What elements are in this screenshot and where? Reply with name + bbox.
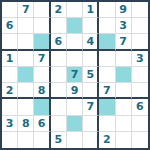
cell-r1c7[interactable]: [99, 2, 115, 18]
cell-r8c2[interactable]: 8: [18, 116, 34, 132]
cell-r9c9[interactable]: [132, 132, 148, 148]
cell-r5c1[interactable]: [2, 67, 18, 83]
cell-r6c8[interactable]: [116, 83, 132, 99]
cell-r7c8[interactable]: [116, 99, 132, 115]
cell-r4c8[interactable]: [116, 51, 132, 67]
cell-r9c6[interactable]: [83, 132, 99, 148]
cell-r1c4[interactable]: 2: [51, 2, 67, 18]
cell-r7c1[interactable]: [2, 99, 18, 115]
cell-r1c6[interactable]: 1: [83, 2, 99, 18]
cell-r5c9[interactable]: [132, 67, 148, 83]
cell-r1c9[interactable]: [132, 2, 148, 18]
cell-r6c5[interactable]: 9: [67, 83, 83, 99]
cell-r6c4[interactable]: [51, 83, 67, 99]
cell-r9c2[interactable]: [18, 132, 34, 148]
cell-r6c3[interactable]: 8: [34, 83, 50, 99]
cell-r2c1[interactable]: 6: [2, 18, 18, 34]
cell-r4c9[interactable]: 3: [132, 51, 148, 67]
cell-r8c3[interactable]: 6: [34, 116, 50, 132]
cell-r3c7[interactable]: [99, 34, 115, 50]
cell-r3c9[interactable]: [132, 34, 148, 50]
cell-r7c5[interactable]: [67, 99, 83, 115]
cell-r9c3[interactable]: [34, 132, 50, 148]
cell-r5c7[interactable]: [99, 67, 115, 83]
cell-r7c7[interactable]: [99, 99, 115, 115]
cell-r4c2[interactable]: [18, 51, 34, 67]
cell-r2c5[interactable]: [67, 18, 83, 34]
cell-r8c1[interactable]: 3: [2, 116, 18, 132]
cell-r5c6[interactable]: 5: [83, 67, 99, 83]
cell-r2c8[interactable]: 3: [116, 18, 132, 34]
cell-r7c9[interactable]: 6: [132, 99, 148, 115]
cell-r1c5[interactable]: [67, 2, 83, 18]
cell-r1c2[interactable]: 7: [18, 2, 34, 18]
cell-r5c2[interactable]: [18, 67, 34, 83]
cell-r2c9[interactable]: [132, 18, 148, 34]
cell-r2c3[interactable]: [34, 18, 50, 34]
cell-r1c1[interactable]: [2, 2, 18, 18]
cell-r7c3[interactable]: [34, 99, 50, 115]
sudoku-board: 7219636471737528977638652: [0, 0, 150, 150]
cell-r3c4[interactable]: 6: [51, 34, 67, 50]
cell-r6c2[interactable]: [18, 83, 34, 99]
cell-r3c6[interactable]: 4: [83, 34, 99, 50]
cell-r2c7[interactable]: [99, 18, 115, 34]
cell-r4c5[interactable]: [67, 51, 83, 67]
cell-r3c3[interactable]: [34, 34, 50, 50]
cell-r9c7[interactable]: 2: [99, 132, 115, 148]
cell-r5c8[interactable]: [116, 67, 132, 83]
cell-r2c2[interactable]: [18, 18, 34, 34]
cell-r8c4[interactable]: [51, 116, 67, 132]
cell-r9c8[interactable]: [116, 132, 132, 148]
cell-r8c9[interactable]: [132, 116, 148, 132]
cell-r3c5[interactable]: [67, 34, 83, 50]
cell-r5c4[interactable]: [51, 67, 67, 83]
cell-r8c6[interactable]: [83, 116, 99, 132]
cell-r1c3[interactable]: [34, 2, 50, 18]
cell-r5c3[interactable]: [34, 67, 50, 83]
cell-r7c4[interactable]: [51, 99, 67, 115]
cell-r4c3[interactable]: 7: [34, 51, 50, 67]
cell-r3c2[interactable]: [18, 34, 34, 50]
cell-r4c1[interactable]: 1: [2, 51, 18, 67]
cell-r9c1[interactable]: [2, 132, 18, 148]
cell-r8c8[interactable]: [116, 116, 132, 132]
cell-r4c6[interactable]: [83, 51, 99, 67]
cell-r7c6[interactable]: 7: [83, 99, 99, 115]
cell-r1c8[interactable]: 9: [116, 2, 132, 18]
cell-r7c2[interactable]: [18, 99, 34, 115]
cell-r6c1[interactable]: 2: [2, 83, 18, 99]
cell-r6c9[interactable]: [132, 83, 148, 99]
cell-r9c4[interactable]: 5: [51, 132, 67, 148]
cell-r3c8[interactable]: 7: [116, 34, 132, 50]
cell-r6c7[interactable]: 7: [99, 83, 115, 99]
cell-r5c5[interactable]: 7: [67, 67, 83, 83]
cell-r9c5[interactable]: [67, 132, 83, 148]
cell-r4c7[interactable]: [99, 51, 115, 67]
cell-r6c6[interactable]: [83, 83, 99, 99]
cell-r8c7[interactable]: [99, 116, 115, 132]
cell-r2c6[interactable]: [83, 18, 99, 34]
cell-r8c5[interactable]: [67, 116, 83, 132]
cell-r4c4[interactable]: [51, 51, 67, 67]
cell-r2c4[interactable]: [51, 18, 67, 34]
cell-r3c1[interactable]: [2, 34, 18, 50]
